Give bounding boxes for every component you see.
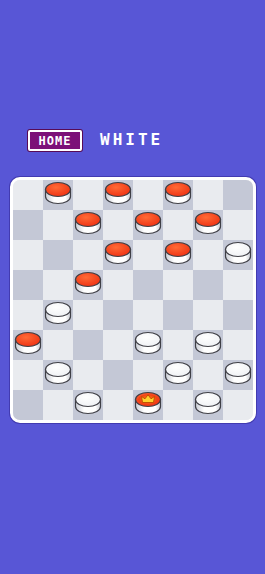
board-cell xyxy=(133,360,163,390)
board-cell xyxy=(193,240,223,270)
board-cell xyxy=(223,390,253,420)
board-cell xyxy=(223,270,253,300)
board-cell xyxy=(163,210,193,240)
board-cell xyxy=(73,180,103,210)
board-cell[interactable] xyxy=(73,270,103,300)
white-piece[interactable] xyxy=(194,331,222,355)
red-piece[interactable] xyxy=(164,181,192,205)
board-cell xyxy=(193,360,223,390)
white-piece[interactable] xyxy=(164,361,192,385)
board-cell xyxy=(133,300,163,330)
red-piece[interactable] xyxy=(14,331,42,355)
board-cell[interactable] xyxy=(163,240,193,270)
board-cell[interactable] xyxy=(43,360,73,390)
board-cell[interactable] xyxy=(103,240,133,270)
board-cell xyxy=(133,240,163,270)
board-cell[interactable] xyxy=(133,330,163,360)
board-cell[interactable] xyxy=(73,330,103,360)
board-cell[interactable] xyxy=(103,300,133,330)
red-piece[interactable] xyxy=(164,241,192,265)
red-piece[interactable] xyxy=(104,241,132,265)
board-cell xyxy=(73,240,103,270)
white-piece[interactable] xyxy=(134,331,162,355)
board-cell[interactable] xyxy=(223,240,253,270)
board-cell[interactable] xyxy=(223,300,253,330)
board-cell[interactable] xyxy=(163,300,193,330)
board-cell[interactable] xyxy=(223,180,253,210)
red-piece[interactable] xyxy=(44,181,72,205)
board-cell xyxy=(13,180,43,210)
board-cell[interactable] xyxy=(43,300,73,330)
board-cell[interactable] xyxy=(13,210,43,240)
board-cell[interactable] xyxy=(193,210,223,240)
board-cell xyxy=(13,360,43,390)
board-cell xyxy=(103,330,133,360)
board-cell xyxy=(73,300,103,330)
board-cell[interactable] xyxy=(13,330,43,360)
board-cell[interactable] xyxy=(133,210,163,240)
red-piece[interactable] xyxy=(194,211,222,235)
white-piece[interactable] xyxy=(44,301,72,325)
board-cell[interactable] xyxy=(223,360,253,390)
board-cell[interactable] xyxy=(163,360,193,390)
board-cell[interactable] xyxy=(103,360,133,390)
board-cell xyxy=(163,270,193,300)
turn-indicator: WHITE xyxy=(100,131,163,149)
board-cell xyxy=(73,360,103,390)
white-piece[interactable] xyxy=(194,391,222,415)
red-piece[interactable] xyxy=(134,211,162,235)
white-piece[interactable] xyxy=(224,361,252,385)
board-cell xyxy=(103,210,133,240)
board-cell xyxy=(103,270,133,300)
checkers-board xyxy=(10,177,256,423)
board-cell xyxy=(163,330,193,360)
board-cell[interactable] xyxy=(193,390,223,420)
board-cell xyxy=(13,300,43,330)
board-cell[interactable] xyxy=(133,390,163,420)
board-cell[interactable] xyxy=(73,210,103,240)
board-cell xyxy=(163,390,193,420)
board-cell xyxy=(193,300,223,330)
white-piece[interactable] xyxy=(44,361,72,385)
white-piece[interactable] xyxy=(74,391,102,415)
board-cell xyxy=(223,330,253,360)
red-piece[interactable] xyxy=(74,271,102,295)
home-button[interactable]: HOME xyxy=(28,130,82,151)
board-cell[interactable] xyxy=(193,330,223,360)
red-piece[interactable] xyxy=(74,211,102,235)
board-cell xyxy=(103,390,133,420)
white-piece[interactable] xyxy=(224,241,252,265)
red-king-piece[interactable] xyxy=(134,391,162,415)
board-cell xyxy=(43,390,73,420)
board-cell[interactable] xyxy=(163,180,193,210)
board-cell[interactable] xyxy=(43,180,73,210)
board-cell xyxy=(193,180,223,210)
board-cell[interactable] xyxy=(73,390,103,420)
board-cell xyxy=(13,240,43,270)
board-cell[interactable] xyxy=(43,240,73,270)
red-piece[interactable] xyxy=(104,181,132,205)
board-cell xyxy=(43,330,73,360)
board-cell xyxy=(43,270,73,300)
board-cell[interactable] xyxy=(13,390,43,420)
board-cell[interactable] xyxy=(133,270,163,300)
board-cell[interactable] xyxy=(103,180,133,210)
board-cell xyxy=(43,210,73,240)
board-cell xyxy=(223,210,253,240)
board-cell[interactable] xyxy=(13,270,43,300)
board-cell[interactable] xyxy=(193,270,223,300)
board-cell xyxy=(133,180,163,210)
